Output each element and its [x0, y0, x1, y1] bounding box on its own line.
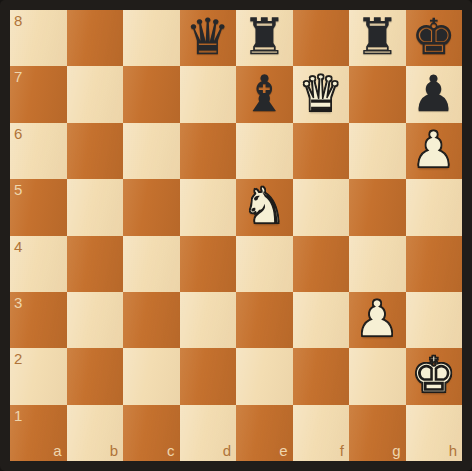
piece-black-bishop[interactable]: ♝: [242, 66, 287, 121]
square-b5[interactable]: [67, 179, 124, 235]
square-g1[interactable]: g: [349, 405, 406, 461]
square-e7[interactable]: ♝: [236, 66, 293, 122]
square-e1[interactable]: e: [236, 405, 293, 461]
square-d1[interactable]: d: [180, 405, 237, 461]
square-e4[interactable]: [236, 236, 293, 292]
square-h6[interactable]: ♟: [406, 123, 463, 179]
square-g8[interactable]: ♜: [349, 10, 406, 66]
square-f8[interactable]: [293, 10, 350, 66]
board-frame: 8♛♜♜♚7♝♛♟6♟5♞43♟2♚1abcdefgh: [0, 0, 472, 471]
square-b3[interactable]: [67, 292, 124, 348]
file-label-a: a: [53, 443, 61, 458]
rank-label-5: 5: [14, 182, 22, 197]
square-g2[interactable]: [349, 348, 406, 404]
square-e5[interactable]: ♞: [236, 179, 293, 235]
square-c6[interactable]: [123, 123, 180, 179]
square-g3[interactable]: ♟: [349, 292, 406, 348]
square-c8[interactable]: [123, 10, 180, 66]
file-label-g: g: [392, 443, 400, 458]
square-h8[interactable]: ♚: [406, 10, 463, 66]
rank-label-2: 2: [14, 351, 22, 366]
square-c2[interactable]: [123, 348, 180, 404]
square-b4[interactable]: [67, 236, 124, 292]
square-h5[interactable]: [406, 179, 463, 235]
square-d7[interactable]: [180, 66, 237, 122]
square-g7[interactable]: [349, 66, 406, 122]
square-h4[interactable]: [406, 236, 463, 292]
piece-white-knight[interactable]: ♞: [242, 179, 287, 234]
file-label-c: c: [167, 443, 175, 458]
file-label-f: f: [340, 443, 344, 458]
square-g4[interactable]: [349, 236, 406, 292]
square-h3[interactable]: [406, 292, 463, 348]
square-g5[interactable]: [349, 179, 406, 235]
square-f6[interactable]: [293, 123, 350, 179]
square-a6[interactable]: 6: [10, 123, 67, 179]
square-h1[interactable]: h: [406, 405, 463, 461]
rank-label-7: 7: [14, 69, 22, 84]
piece-black-king[interactable]: ♚: [411, 10, 456, 65]
square-d4[interactable]: [180, 236, 237, 292]
piece-black-pawn[interactable]: ♟: [411, 66, 456, 121]
square-e3[interactable]: [236, 292, 293, 348]
square-f7[interactable]: ♛: [293, 66, 350, 122]
square-d5[interactable]: [180, 179, 237, 235]
square-a5[interactable]: 5: [10, 179, 67, 235]
piece-black-rook[interactable]: ♜: [355, 10, 400, 65]
square-a1[interactable]: 1a: [10, 405, 67, 461]
square-a8[interactable]: 8: [10, 10, 67, 66]
square-c3[interactable]: [123, 292, 180, 348]
piece-black-queen[interactable]: ♛: [185, 10, 230, 65]
square-d3[interactable]: [180, 292, 237, 348]
piece-white-queen[interactable]: ♛: [298, 66, 343, 121]
square-c1[interactable]: c: [123, 405, 180, 461]
square-b1[interactable]: b: [67, 405, 124, 461]
rank-label-8: 8: [14, 13, 22, 28]
square-b7[interactable]: [67, 66, 124, 122]
square-d6[interactable]: [180, 123, 237, 179]
piece-white-pawn[interactable]: ♟: [355, 292, 400, 347]
square-e2[interactable]: [236, 348, 293, 404]
square-a3[interactable]: 3: [10, 292, 67, 348]
square-a2[interactable]: 2: [10, 348, 67, 404]
square-h2[interactable]: ♚: [406, 348, 463, 404]
rank-label-3: 3: [14, 295, 22, 310]
square-b8[interactable]: [67, 10, 124, 66]
square-c5[interactable]: [123, 179, 180, 235]
rank-label-1: 1: [14, 408, 22, 423]
square-e6[interactable]: [236, 123, 293, 179]
chess-board: 8♛♜♜♚7♝♛♟6♟5♞43♟2♚1abcdefgh: [10, 10, 462, 461]
piece-black-rook[interactable]: ♜: [242, 10, 287, 65]
square-f4[interactable]: [293, 236, 350, 292]
rank-label-6: 6: [14, 126, 22, 141]
file-label-b: b: [110, 443, 118, 458]
square-f1[interactable]: f: [293, 405, 350, 461]
square-d2[interactable]: [180, 348, 237, 404]
rank-label-4: 4: [14, 239, 22, 254]
square-d8[interactable]: ♛: [180, 10, 237, 66]
square-e8[interactable]: ♜: [236, 10, 293, 66]
file-label-h: h: [449, 443, 457, 458]
square-f3[interactable]: [293, 292, 350, 348]
piece-white-pawn[interactable]: ♟: [411, 123, 456, 178]
file-label-d: d: [223, 443, 231, 458]
square-h7[interactable]: ♟: [406, 66, 463, 122]
square-c7[interactable]: [123, 66, 180, 122]
square-f5[interactable]: [293, 179, 350, 235]
square-a4[interactable]: 4: [10, 236, 67, 292]
square-c4[interactable]: [123, 236, 180, 292]
square-f2[interactable]: [293, 348, 350, 404]
square-b2[interactable]: [67, 348, 124, 404]
square-b6[interactable]: [67, 123, 124, 179]
square-a7[interactable]: 7: [10, 66, 67, 122]
square-g6[interactable]: [349, 123, 406, 179]
file-label-e: e: [279, 443, 287, 458]
piece-white-king[interactable]: ♚: [411, 348, 456, 403]
